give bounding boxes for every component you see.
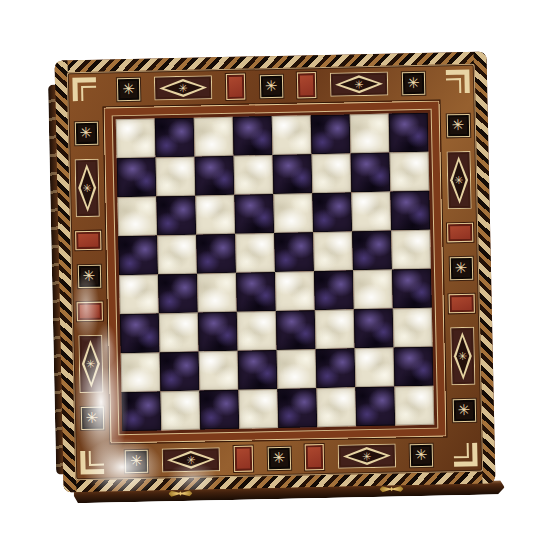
square-e2[interactable]: [277, 349, 317, 389]
rosette-icon: ✳: [455, 260, 468, 275]
square-e7[interactable]: [273, 154, 313, 194]
square-c2[interactable]: [199, 351, 239, 391]
rosette-icon: ✳: [83, 268, 96, 283]
red-panel-tile: [296, 72, 316, 98]
rosette-tile: ✳: [74, 122, 97, 145]
square-d2[interactable]: [238, 350, 278, 390]
square-h3[interactable]: [393, 308, 433, 348]
diamond-eye-tile: ✳: [154, 75, 212, 100]
square-d4[interactable]: [236, 272, 276, 312]
rosette-icon: ✳: [407, 75, 420, 90]
square-h7[interactable]: [390, 152, 430, 192]
rosette-tile: ✳: [117, 77, 140, 100]
svg-text:✳: ✳: [452, 176, 465, 185]
square-a3[interactable]: [120, 313, 160, 353]
red-panel-tile: [226, 74, 246, 100]
rosette-icon: ✳: [272, 450, 285, 465]
square-a2[interactable]: [121, 352, 161, 392]
square-a1[interactable]: [121, 391, 161, 431]
svg-text:✳: ✳: [354, 78, 363, 91]
square-g4[interactable]: [353, 270, 393, 310]
square-h5[interactable]: [391, 230, 431, 270]
diamond-eye-tile: ✳: [330, 72, 388, 97]
square-b7[interactable]: [156, 157, 196, 197]
square-f1[interactable]: [316, 387, 356, 427]
red-panel-tile: [77, 301, 103, 321]
border-motifs-bottom: ✳✳✳✳✳: [111, 436, 448, 479]
square-g5[interactable]: [352, 231, 392, 271]
square-f2[interactable]: [316, 348, 356, 388]
rosette-icon: ✳: [122, 81, 135, 96]
corner-bracket-icon: [439, 64, 476, 101]
square-a5[interactable]: [118, 235, 158, 275]
square-h1[interactable]: [394, 386, 434, 426]
rosette-icon: ✳: [130, 453, 143, 468]
square-e3[interactable]: [276, 310, 316, 350]
square-e4[interactable]: [275, 271, 315, 311]
square-g3[interactable]: [354, 309, 394, 349]
square-g1[interactable]: [355, 387, 395, 427]
red-panel-tile: [75, 231, 101, 251]
diamond-eye-tile: ✳: [162, 447, 220, 472]
square-g2[interactable]: [355, 348, 395, 388]
diamond-eye-tile: ✳: [75, 159, 100, 217]
rosette-tile: ✳: [77, 264, 100, 287]
hinge-icon: [168, 490, 192, 498]
square-a7[interactable]: [117, 157, 157, 197]
square-e5[interactable]: [274, 232, 314, 272]
square-b3[interactable]: [159, 313, 199, 353]
square-f3[interactable]: [315, 309, 355, 349]
square-c4[interactable]: [197, 273, 237, 313]
square-d7[interactable]: [234, 155, 274, 195]
square-d8[interactable]: [233, 116, 273, 156]
svg-text:✳: ✳: [84, 359, 97, 368]
square-g6[interactable]: [351, 192, 391, 232]
square-b6[interactable]: [156, 196, 196, 236]
square-f8[interactable]: [311, 114, 351, 154]
square-f7[interactable]: [312, 153, 352, 193]
square-h6[interactable]: [390, 191, 430, 231]
square-b5[interactable]: [157, 235, 197, 275]
svg-text:✳: ✳: [456, 351, 469, 360]
svg-text:✳: ✳: [179, 82, 188, 95]
square-c5[interactable]: [196, 234, 236, 274]
square-d3[interactable]: [237, 311, 277, 351]
rosette-icon: ✳: [415, 447, 428, 462]
rosette-tile: ✳: [449, 256, 472, 279]
red-panel-tile: [447, 223, 473, 243]
square-b4[interactable]: [158, 274, 198, 314]
rosette-icon: ✳: [86, 411, 99, 426]
square-a8[interactable]: [116, 118, 156, 158]
square-f5[interactable]: [313, 231, 353, 271]
rosette-tile: ✳: [452, 399, 475, 422]
square-f4[interactable]: [314, 270, 354, 310]
rosette-tile: ✳: [410, 443, 433, 466]
diamond-eye-tile: ✳: [450, 327, 475, 385]
square-c6[interactable]: [195, 195, 235, 235]
rosette-icon: ✳: [80, 126, 93, 141]
red-panel-tile: [304, 444, 324, 470]
square-e1[interactable]: [277, 388, 317, 428]
diamond-eye-tile: ✳: [78, 334, 103, 392]
red-panel-tile: [448, 293, 474, 313]
svg-text:✳: ✳: [362, 450, 371, 463]
square-h2[interactable]: [394, 347, 434, 387]
border-motifs-right: ✳✳✳✳✳: [439, 100, 482, 437]
square-g7[interactable]: [351, 153, 391, 193]
square-d5[interactable]: [235, 233, 275, 273]
rosette-tile: ✳: [267, 446, 290, 469]
rosette-icon: ✳: [452, 118, 465, 133]
square-c1[interactable]: [199, 390, 239, 430]
board-face: ✳✳✳✳✳ ✳✳✳✳✳ ✳✳✳✳✳ ✳✳✳✳✳: [55, 52, 496, 493]
square-d1[interactable]: [238, 389, 278, 429]
square-c7[interactable]: [195, 156, 235, 196]
square-h8[interactable]: [389, 113, 429, 153]
rosette-tile: ✳: [80, 407, 103, 430]
svg-text:✳: ✳: [186, 454, 195, 467]
square-c8[interactable]: [194, 117, 234, 157]
rosette-tile: ✳: [446, 114, 469, 137]
corner-bracket-icon: [67, 72, 104, 109]
rosette-tile: ✳: [402, 71, 425, 94]
hinge-icon: [380, 485, 404, 493]
svg-text:✳: ✳: [80, 183, 93, 192]
corner-bracket-icon: [75, 443, 112, 480]
rosette-icon: ✳: [265, 78, 278, 93]
square-e6[interactable]: [273, 193, 313, 233]
square-f6[interactable]: [312, 192, 352, 232]
square-b2[interactable]: [160, 352, 200, 392]
chessboard: ✳✳✳✳✳ ✳✳✳✳✳ ✳✳✳✳✳ ✳✳✳✳✳: [55, 52, 496, 493]
board-grid: [116, 113, 434, 431]
square-b1[interactable]: [160, 391, 200, 431]
corner-bracket-icon: [446, 436, 483, 473]
square-b8[interactable]: [155, 118, 195, 158]
rosette-tile: ✳: [125, 449, 148, 472]
rosette-icon: ✳: [457, 403, 470, 418]
diamond-eye-tile: ✳: [337, 444, 395, 469]
square-e8[interactable]: [272, 115, 312, 155]
square-a6[interactable]: [117, 196, 157, 236]
rosette-tile: ✳: [259, 74, 282, 97]
photo-scene: ✳✳✳✳✳ ✳✳✳✳✳ ✳✳✳✳✳ ✳✳✳✳✳: [0, 0, 550, 550]
square-a4[interactable]: [119, 274, 159, 314]
square-c3[interactable]: [198, 312, 238, 352]
square-d6[interactable]: [234, 194, 274, 234]
square-g8[interactable]: [350, 114, 390, 154]
diamond-eye-tile: ✳: [447, 151, 472, 209]
square-h4[interactable]: [392, 269, 432, 309]
red-panel-tile: [234, 445, 254, 471]
